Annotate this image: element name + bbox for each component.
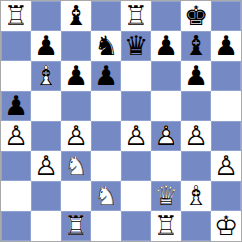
square-d5[interactable] <box>91 91 121 121</box>
square-c1[interactable]: ♜♖ <box>61 211 91 241</box>
square-d3[interactable] <box>91 151 121 181</box>
square-d2[interactable]: ♞♘ <box>91 181 121 211</box>
square-c8[interactable]: ♝ <box>61 1 91 31</box>
black-king-g8: ♚ <box>181 1 211 31</box>
square-f7[interactable]: ♟ <box>151 31 181 61</box>
square-e7[interactable]: ♛ <box>121 31 151 61</box>
square-a2[interactable] <box>1 181 31 211</box>
square-e2[interactable] <box>121 181 151 211</box>
square-a3[interactable] <box>1 151 31 181</box>
white-king-h1: ♚♔ <box>211 211 241 241</box>
square-f1[interactable]: ♜♖ <box>151 211 181 241</box>
square-e1[interactable] <box>121 211 151 241</box>
white-pawn-b3: ♟♙ <box>31 151 61 181</box>
square-c6[interactable]: ♟ <box>61 61 91 91</box>
black-pawn-b7: ♟ <box>31 31 61 61</box>
square-g2[interactable]: ♝♗ <box>181 181 211 211</box>
square-b5[interactable] <box>31 91 61 121</box>
square-a5[interactable]: ♟ <box>1 91 31 121</box>
square-e3[interactable] <box>121 151 151 181</box>
square-d4[interactable] <box>91 121 121 151</box>
square-c5[interactable] <box>61 91 91 121</box>
black-bishop-c8: ♝ <box>61 1 91 31</box>
square-f5[interactable] <box>151 91 181 121</box>
square-f8[interactable] <box>151 1 181 31</box>
white-knight-c3: ♞♘ <box>61 151 91 181</box>
black-pawn-c6: ♟ <box>61 61 91 91</box>
white-rook-f1: ♜♖ <box>151 211 181 241</box>
black-queen-e7: ♛ <box>121 31 151 61</box>
black-pawn-h7: ♟ <box>211 31 241 61</box>
square-b3[interactable]: ♟♙ <box>31 151 61 181</box>
square-g1[interactable] <box>181 211 211 241</box>
white-rook-e8: ♜♖ <box>121 1 151 31</box>
white-pawn-c4: ♟♙ <box>61 121 91 151</box>
white-pawn-f4: ♟♙ <box>151 121 181 151</box>
black-bishop-g7: ♝ <box>181 31 211 61</box>
white-rook-c1: ♜♖ <box>61 211 91 241</box>
square-b6[interactable]: ♝♗ <box>31 61 61 91</box>
square-a1[interactable] <box>1 211 31 241</box>
square-g7[interactable]: ♝ <box>181 31 211 61</box>
white-pawn-a4: ♟♙ <box>1 121 31 151</box>
square-f6[interactable] <box>151 61 181 91</box>
square-a6[interactable] <box>1 61 31 91</box>
chess-board: ♜♖♝♜♖♚♟♞♛♟♝♟♝♗♟♟♟♟♟♙♟♙♟♙♟♙♟♙♟♙♞♘♟♙♞♘♛♕♝♗… <box>0 0 242 242</box>
square-h8[interactable] <box>211 1 241 31</box>
square-a8[interactable]: ♜♖ <box>1 1 31 31</box>
square-c4[interactable]: ♟♙ <box>61 121 91 151</box>
square-b8[interactable] <box>31 1 61 31</box>
square-d6[interactable]: ♟ <box>91 61 121 91</box>
square-g5[interactable] <box>181 91 211 121</box>
square-b2[interactable] <box>31 181 61 211</box>
square-c3[interactable]: ♞♘ <box>61 151 91 181</box>
black-pawn-f7: ♟ <box>151 31 181 61</box>
square-c7[interactable] <box>61 31 91 61</box>
square-f2[interactable]: ♛♕ <box>151 181 181 211</box>
square-g4[interactable]: ♟♙ <box>181 121 211 151</box>
square-b4[interactable] <box>31 121 61 151</box>
white-knight-d2: ♞♘ <box>91 181 121 211</box>
square-h7[interactable]: ♟ <box>211 31 241 61</box>
white-pawn-g4: ♟♙ <box>181 121 211 151</box>
square-f4[interactable]: ♟♙ <box>151 121 181 151</box>
square-d8[interactable] <box>91 1 121 31</box>
white-bishop-b6: ♝♗ <box>31 61 61 91</box>
square-e6[interactable] <box>121 61 151 91</box>
square-g6[interactable]: ♟ <box>181 61 211 91</box>
square-e4[interactable]: ♟♙ <box>121 121 151 151</box>
square-d1[interactable] <box>91 211 121 241</box>
square-h4[interactable] <box>211 121 241 151</box>
square-h6[interactable] <box>211 61 241 91</box>
square-a7[interactable] <box>1 31 31 61</box>
black-pawn-a5: ♟ <box>1 91 31 121</box>
square-h3[interactable]: ♟♙ <box>211 151 241 181</box>
black-pawn-g6: ♟ <box>181 61 211 91</box>
square-b7[interactable]: ♟ <box>31 31 61 61</box>
square-f3[interactable] <box>151 151 181 181</box>
square-h5[interactable] <box>211 91 241 121</box>
white-pawn-e4: ♟♙ <box>121 121 151 151</box>
square-a4[interactable]: ♟♙ <box>1 121 31 151</box>
square-e8[interactable]: ♜♖ <box>121 1 151 31</box>
square-g3[interactable] <box>181 151 211 181</box>
square-b1[interactable] <box>31 211 61 241</box>
black-knight-d7: ♞ <box>91 31 121 61</box>
white-rook-a8: ♜♖ <box>1 1 31 31</box>
square-h1[interactable]: ♚♔ <box>211 211 241 241</box>
square-c2[interactable] <box>61 181 91 211</box>
square-h2[interactable] <box>211 181 241 211</box>
white-queen-f2: ♛♕ <box>151 181 181 211</box>
square-e5[interactable] <box>121 91 151 121</box>
square-g8[interactable]: ♚ <box>181 1 211 31</box>
white-bishop-g2: ♝♗ <box>181 181 211 211</box>
black-pawn-d6: ♟ <box>91 61 121 91</box>
square-d7[interactable]: ♞ <box>91 31 121 61</box>
white-pawn-h3: ♟♙ <box>211 151 241 181</box>
